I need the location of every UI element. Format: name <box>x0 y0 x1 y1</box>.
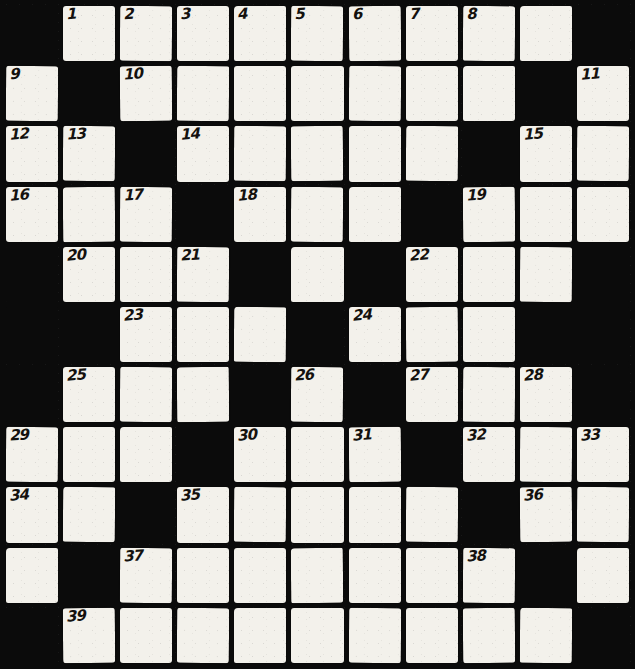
black-cell-r10c10 <box>520 548 572 603</box>
black-cell-r11c1 <box>6 608 58 663</box>
white-cell-r5c10[interactable] <box>520 247 572 303</box>
clue-number-32: 32 <box>465 428 485 444</box>
white-cell-r8c10[interactable] <box>520 427 572 483</box>
white-cell-r8c2[interactable] <box>63 427 115 482</box>
white-cell-r10c7[interactable] <box>349 548 401 603</box>
white-cell-r10c4[interactable] <box>177 548 229 603</box>
white-cell-r10c3[interactable]: 37 <box>120 547 172 603</box>
white-cell-r3c8[interactable] <box>405 126 457 181</box>
black-cell-r7c11 <box>577 367 629 422</box>
white-cell-r1c3[interactable]: 2 <box>120 6 172 61</box>
clue-number-5: 5 <box>294 7 304 23</box>
clue-number-16: 16 <box>8 187 28 203</box>
black-cell-r5c7 <box>349 247 401 302</box>
white-cell-r4c3[interactable]: 17 <box>120 186 172 242</box>
white-cell-r11c8[interactable] <box>406 608 458 663</box>
clue-number-26: 26 <box>294 367 314 383</box>
white-cell-r7c4[interactable] <box>177 367 229 423</box>
white-cell-r7c3[interactable] <box>120 367 172 423</box>
clue-number-25: 25 <box>66 367 86 383</box>
white-cell-r11c3[interactable] <box>120 608 172 663</box>
clue-number-30: 30 <box>237 428 257 444</box>
clue-number-19: 19 <box>465 187 485 203</box>
clue-number-24: 24 <box>351 307 371 323</box>
clue-number-10: 10 <box>122 67 142 83</box>
white-cell-r2c7[interactable] <box>348 66 400 122</box>
white-cell-r9c7[interactable] <box>349 487 401 542</box>
black-cell-r6c10 <box>520 307 572 362</box>
white-cell-r10c8[interactable] <box>406 548 458 603</box>
white-cell-r1c4[interactable]: 3 <box>177 6 229 61</box>
white-cell-r11c4[interactable] <box>177 608 229 664</box>
clue-number-37: 37 <box>123 548 143 564</box>
white-cell-r6c8[interactable] <box>405 307 457 363</box>
white-cell-r1c5[interactable]: 4 <box>234 6 286 61</box>
white-cell-r5c3[interactable] <box>120 247 172 302</box>
white-cell-r4c1[interactable]: 16 <box>6 187 58 242</box>
white-cell-r9c6[interactable] <box>291 487 343 542</box>
white-cell-r10c6[interactable] <box>291 547 343 603</box>
white-cell-r7c6[interactable]: 26 <box>291 367 343 423</box>
black-cell-r11c11 <box>577 608 629 663</box>
white-cell-r7c9[interactable] <box>463 367 515 423</box>
clue-number-1: 1 <box>66 7 76 23</box>
clue-number-3: 3 <box>180 7 190 23</box>
white-cell-r1c9[interactable]: 8 <box>463 6 515 61</box>
white-cell-r1c7[interactable]: 6 <box>348 6 400 62</box>
white-cell-r6c5[interactable] <box>234 307 286 362</box>
white-cell-r9c8[interactable] <box>405 487 457 542</box>
white-cell-r8c9[interactable]: 32 <box>463 427 515 482</box>
clue-number-12: 12 <box>8 127 28 143</box>
white-cell-r2c4[interactable] <box>177 66 229 122</box>
black-cell-r6c11 <box>577 307 629 362</box>
white-cell-r8c3[interactable] <box>120 427 172 482</box>
white-cell-r8c7[interactable]: 31 <box>348 427 400 483</box>
white-cell-r8c5[interactable]: 30 <box>234 427 286 482</box>
black-cell-r4c4 <box>177 187 229 242</box>
black-cell-r6c2 <box>63 307 115 362</box>
white-cell-r2c9[interactable] <box>463 66 515 121</box>
white-cell-r4c6[interactable] <box>291 186 343 242</box>
white-cell-r4c5[interactable]: 18 <box>234 187 286 242</box>
clue-number-35: 35 <box>180 488 200 504</box>
black-cell-r2c2 <box>63 66 115 121</box>
clue-number-28: 28 <box>522 367 542 383</box>
clue-number-22: 22 <box>408 247 428 263</box>
clue-number-14: 14 <box>180 127 200 143</box>
black-cell-r10c2 <box>63 548 115 603</box>
white-cell-r4c7[interactable] <box>349 187 401 242</box>
clue-number-23: 23 <box>123 307 143 323</box>
clue-number-15: 15 <box>522 127 542 143</box>
white-cell-r2c1[interactable]: 9 <box>6 66 58 122</box>
black-cell-r5c11 <box>577 247 629 302</box>
clue-number-27: 27 <box>408 367 428 383</box>
white-cell-r4c10[interactable] <box>520 187 572 242</box>
white-cell-r11c9[interactable] <box>463 608 515 664</box>
white-cell-r3c1[interactable]: 12 <box>6 126 58 181</box>
white-cell-r2c6[interactable] <box>291 66 343 121</box>
white-cell-r8c11[interactable]: 33 <box>577 427 629 482</box>
white-cell-r2c5[interactable] <box>234 66 286 121</box>
white-cell-r1c10[interactable] <box>520 6 572 61</box>
white-cell-r6c4[interactable] <box>177 307 229 362</box>
white-cell-r2c11[interactable]: 11 <box>577 66 629 121</box>
white-cell-r9c2[interactable] <box>63 487 115 542</box>
white-cell-r10c1[interactable] <box>6 548 58 603</box>
black-cell-r5c1 <box>6 247 58 302</box>
white-cell-r8c6[interactable] <box>291 427 343 482</box>
clue-number-13: 13 <box>66 127 86 143</box>
white-cell-r11c2[interactable]: 39 <box>63 608 115 664</box>
white-cell-r1c2[interactable]: 1 <box>63 6 115 61</box>
white-cell-r8c1[interactable]: 29 <box>6 427 58 483</box>
black-cell-r3c3 <box>120 126 172 181</box>
clue-number-2: 2 <box>123 7 133 23</box>
white-cell-r11c7[interactable] <box>348 608 400 664</box>
white-cell-r9c10[interactable]: 36 <box>520 487 572 543</box>
clue-number-29: 29 <box>9 428 29 444</box>
white-cell-r9c1[interactable]: 34 <box>6 487 58 542</box>
clue-number-18: 18 <box>237 187 257 203</box>
black-cell-r9c3 <box>120 487 172 542</box>
white-cell-r7c2[interactable]: 25 <box>63 367 115 422</box>
white-cell-r9c4[interactable]: 35 <box>177 487 229 542</box>
crossword-board: 1234567891011121314151617181920212223242… <box>0 0 635 669</box>
clue-number-17: 17 <box>123 187 143 203</box>
white-cell-r10c11[interactable] <box>577 548 629 603</box>
white-cell-r3c6[interactable] <box>291 126 343 182</box>
white-cell-r6c7[interactable]: 24 <box>349 307 401 362</box>
black-cell-r6c6 <box>291 307 343 362</box>
white-cell-r5c8[interactable]: 22 <box>406 247 458 302</box>
white-cell-r7c8[interactable]: 27 <box>406 367 458 422</box>
clue-number-11: 11 <box>579 67 599 83</box>
white-cell-r11c6[interactable] <box>291 608 343 663</box>
black-cell-r4c8 <box>406 187 458 242</box>
black-cell-r2c10 <box>520 66 572 121</box>
clue-number-38: 38 <box>465 548 485 564</box>
white-cell-r9c11[interactable] <box>577 487 629 542</box>
white-cell-r4c11[interactable] <box>577 187 629 242</box>
white-cell-r3c4[interactable]: 14 <box>177 126 229 181</box>
black-cell-r3c9 <box>463 126 515 181</box>
white-cell-r3c2[interactable]: 13 <box>63 126 115 181</box>
white-cell-r6c9[interactable] <box>463 307 515 362</box>
clue-number-20: 20 <box>66 247 86 263</box>
clue-number-8: 8 <box>465 7 475 23</box>
clue-number-4: 4 <box>237 7 247 23</box>
white-cell-r5c4[interactable]: 21 <box>177 247 229 303</box>
white-cell-r7c10[interactable]: 28 <box>520 367 572 422</box>
black-cell-r8c4 <box>177 427 229 482</box>
white-cell-r5c9[interactable] <box>463 247 515 302</box>
clue-number-31: 31 <box>351 428 371 444</box>
white-cell-r5c2[interactable]: 20 <box>63 247 115 302</box>
clue-number-7: 7 <box>408 7 418 23</box>
white-cell-r10c5[interactable] <box>234 548 286 603</box>
clue-number-9: 9 <box>9 67 19 83</box>
black-cell-r1c11 <box>577 6 629 61</box>
white-cell-r9c5[interactable] <box>234 487 286 542</box>
white-cell-r4c2[interactable] <box>63 186 115 242</box>
black-cell-r1c1 <box>6 6 58 61</box>
black-cell-r8c8 <box>406 427 458 482</box>
black-cell-r9c9 <box>463 487 515 542</box>
clue-number-34: 34 <box>8 488 28 504</box>
clue-number-33: 33 <box>579 428 599 444</box>
white-cell-r3c10[interactable]: 15 <box>520 126 572 181</box>
white-cell-r1c8[interactable]: 7 <box>406 6 458 61</box>
white-cell-r6c3[interactable]: 23 <box>120 307 172 362</box>
white-cell-r2c8[interactable] <box>406 66 458 121</box>
white-cell-r5c6[interactable] <box>291 247 343 302</box>
white-cell-r11c10[interactable] <box>520 608 572 664</box>
white-cell-r11c5[interactable] <box>234 608 286 663</box>
white-cell-r3c11[interactable] <box>577 126 629 181</box>
black-cell-r6c1 <box>6 307 58 362</box>
white-cell-r4c9[interactable]: 19 <box>463 186 515 242</box>
black-cell-r5c5 <box>234 247 286 302</box>
white-cell-r3c7[interactable] <box>349 126 401 181</box>
white-cell-r1c6[interactable]: 5 <box>291 6 343 61</box>
black-cell-r7c1 <box>6 367 58 422</box>
white-cell-r2c3[interactable]: 10 <box>120 66 172 122</box>
white-cell-r3c5[interactable] <box>234 126 286 181</box>
clue-number-21: 21 <box>180 247 200 263</box>
white-cell-r10c9[interactable]: 38 <box>463 547 515 603</box>
black-cell-r7c7 <box>349 367 401 422</box>
clue-number-6: 6 <box>351 7 362 23</box>
clue-number-36: 36 <box>522 488 542 504</box>
black-cell-r7c5 <box>234 367 286 422</box>
clue-number-39: 39 <box>65 608 85 624</box>
